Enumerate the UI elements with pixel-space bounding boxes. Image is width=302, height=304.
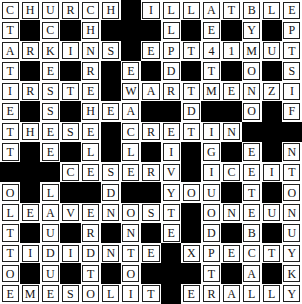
cell-letter: N — [223, 123, 240, 140]
cell-letter: A — [243, 265, 260, 282]
letter-cell[interactable]: C — [0, 0, 20, 20]
letter-cell[interactable]: T — [60, 81, 80, 101]
letter-cell[interactable]: W — [121, 81, 141, 101]
cell-letter: E — [142, 245, 159, 262]
letter-cell[interactable]: I — [141, 0, 161, 20]
letter-cell[interactable]: E — [81, 203, 101, 223]
cell-letter: I — [203, 123, 220, 140]
black-cell — [121, 0, 141, 20]
cell-letter: B — [243, 2, 260, 19]
cell-letter: C — [243, 245, 260, 262]
letter-cell[interactable]: S — [40, 81, 60, 101]
cell-letter: C — [223, 164, 240, 181]
letter-cell[interactable]: O — [121, 263, 141, 283]
letter-cell[interactable]: U — [40, 263, 60, 283]
cell-letter: T — [263, 245, 280, 262]
letter-cell[interactable]: E — [121, 162, 141, 182]
cell-letter: A — [2, 42, 19, 59]
letter-cell[interactable]: Y — [282, 243, 302, 263]
letter-cell[interactable]: N — [221, 122, 241, 142]
letter-cell[interactable]: S — [40, 101, 60, 121]
cell-letter: R — [22, 83, 39, 100]
letter-cell[interactable]: A — [0, 41, 20, 61]
black-cell — [141, 223, 161, 243]
cell-letter: U — [263, 42, 280, 59]
cell-letter: M — [243, 42, 260, 59]
letter-cell[interactable]: F — [282, 101, 302, 121]
letter-cell[interactable]: T — [282, 41, 302, 61]
letter-cell[interactable]: O — [0, 263, 20, 283]
black-cell — [262, 122, 282, 142]
cell-letter: L — [102, 285, 119, 302]
letter-cell[interactable]: 1 — [221, 41, 241, 61]
letter-cell[interactable]: T — [0, 61, 20, 81]
letter-cell[interactable]: H — [101, 0, 121, 20]
letter-cell[interactable]: R — [161, 81, 181, 101]
letter-cell[interactable]: X — [181, 243, 201, 263]
letter-cell[interactable]: L — [121, 142, 141, 162]
letter-cell[interactable]: V — [60, 203, 80, 223]
letter-cell[interactable]: P — [282, 20, 302, 40]
letter-cell[interactable]: U — [40, 223, 60, 243]
letter-cell[interactable]: M — [201, 81, 221, 101]
black-cell — [101, 223, 121, 243]
cell-letter: E — [42, 62, 59, 79]
cell-letter: I — [122, 285, 139, 302]
letter-cell[interactable]: 4 — [201, 41, 221, 61]
letter-cell[interactable]: H — [20, 0, 40, 20]
letter-cell[interactable]: H — [20, 122, 40, 142]
letter-cell[interactable]: T — [262, 243, 282, 263]
letter-cell[interactable]: T — [181, 41, 201, 61]
cell-letter: U — [42, 224, 59, 241]
letter-cell[interactable]: T — [181, 122, 201, 142]
letter-cell[interactable]: E — [181, 284, 201, 304]
cell-letter: E — [82, 164, 99, 181]
cell-letter: I — [263, 164, 280, 181]
letter-cell[interactable]: I — [0, 81, 20, 101]
cell-letter: U — [42, 2, 59, 19]
letter-cell[interactable]: L — [101, 284, 121, 304]
black-cell — [181, 263, 201, 283]
black-cell — [141, 101, 161, 121]
letter-cell[interactable]: E — [221, 243, 241, 263]
letter-cell[interactable]: E — [40, 142, 60, 162]
cell-letter: R — [82, 62, 99, 79]
letter-cell[interactable]: R — [81, 223, 101, 243]
cell-letter: U — [283, 224, 300, 241]
letter-cell[interactable]: I — [282, 81, 302, 101]
cell-letter: O — [82, 285, 99, 302]
cell-letter: E — [163, 123, 180, 140]
letter-cell[interactable]: S — [60, 284, 80, 304]
letter-cell[interactable]: T — [0, 20, 20, 40]
letter-cell[interactable]: T — [242, 182, 262, 202]
letter-cell[interactable]: L — [81, 142, 101, 162]
cell-letter: P — [203, 245, 220, 262]
letter-cell[interactable]: O — [0, 182, 20, 202]
letter-cell[interactable]: I — [201, 122, 221, 142]
cell-letter: S — [102, 42, 119, 59]
letter-cell[interactable]: K — [40, 41, 60, 61]
cell-letter: E — [82, 204, 99, 221]
letter-cell[interactable]: A — [141, 81, 161, 101]
letter-cell[interactable]: D — [181, 101, 201, 121]
letter-cell[interactable]: E — [141, 41, 161, 61]
letter-cell[interactable]: D — [101, 182, 121, 202]
cell-letter: N — [102, 204, 119, 221]
cell-letter: R — [163, 83, 180, 100]
black-cell — [161, 263, 181, 283]
black-cell — [221, 20, 241, 40]
cell-letter: L — [263, 2, 280, 19]
letter-cell[interactable]: O — [242, 101, 262, 121]
cell-letter: T — [243, 184, 260, 201]
cell-letter: H — [102, 2, 119, 19]
cell-letter: T — [203, 62, 220, 79]
letter-cell[interactable]: T — [141, 284, 161, 304]
cell-letter: R — [22, 42, 39, 59]
cell-letter: O — [122, 204, 139, 221]
letter-cell[interactable]: P — [201, 243, 221, 263]
cell-letter: 1 — [223, 42, 240, 59]
black-cell — [181, 20, 201, 40]
letter-cell[interactable]: Y — [282, 284, 302, 304]
letter-cell[interactable]: U — [282, 223, 302, 243]
cell-letter: T — [183, 83, 200, 100]
cell-letter: R — [142, 123, 159, 140]
letter-cell[interactable]: L — [242, 284, 262, 304]
cell-letter: S — [42, 103, 59, 120]
cell-letter: E — [42, 123, 59, 140]
cell-letter: I — [62, 42, 79, 59]
black-cell — [20, 101, 40, 121]
letter-cell[interactable]: Y — [161, 182, 181, 202]
black-cell — [201, 101, 221, 121]
letter-cell[interactable]: I — [60, 243, 80, 263]
black-cell — [161, 284, 181, 304]
cell-letter: T — [2, 143, 19, 160]
letter-cell[interactable]: H — [81, 20, 101, 40]
letter-cell[interactable]: B — [242, 0, 262, 20]
cell-letter: E — [142, 42, 159, 59]
black-cell — [60, 142, 80, 162]
letter-cell[interactable]: E — [101, 101, 121, 121]
cell-letter: W — [122, 83, 139, 100]
cell-letter: T — [2, 123, 19, 140]
cell-letter: Y — [283, 285, 300, 302]
cell-letter: L — [42, 184, 59, 201]
letter-cell[interactable]: D — [40, 243, 60, 263]
letter-cell[interactable]: E — [81, 81, 101, 101]
letter-cell[interactable]: T — [0, 223, 20, 243]
letter-cell[interactable]: O — [242, 61, 262, 81]
letter-cell[interactable]: E — [40, 284, 60, 304]
letter-cell[interactable]: E — [242, 142, 262, 162]
letter-cell[interactable]: N — [101, 243, 121, 263]
letter-cell[interactable]: R — [20, 81, 40, 101]
letter-cell[interactable]: V — [161, 162, 181, 182]
cell-letter: T — [2, 224, 19, 241]
letter-cell[interactable]: P — [161, 41, 181, 61]
cell-letter: T — [183, 42, 200, 59]
black-cell — [262, 223, 282, 243]
letter-cell[interactable]: S — [101, 41, 121, 61]
letter-cell[interactable]: H — [81, 101, 101, 121]
letter-cell[interactable]: Y — [242, 20, 262, 40]
cell-letter: D — [42, 245, 59, 262]
letter-cell[interactable]: T — [282, 162, 302, 182]
cell-letter: T — [122, 245, 139, 262]
cell-letter: Y — [243, 22, 260, 39]
letter-cell[interactable]: L — [262, 284, 282, 304]
black-cell — [20, 61, 40, 81]
letter-cell[interactable]: S — [101, 162, 121, 182]
letter-cell[interactable]: T — [81, 263, 101, 283]
letter-cell[interactable]: D — [201, 223, 221, 243]
cell-letter: H — [82, 103, 99, 120]
cell-letter: F — [283, 103, 300, 120]
letter-cell[interactable]: A — [40, 203, 60, 223]
letter-cell[interactable]: T — [121, 243, 141, 263]
letter-cell[interactable]: E — [0, 101, 20, 121]
black-cell — [181, 142, 201, 162]
black-cell — [101, 81, 121, 101]
letter-cell[interactable]: T — [0, 122, 20, 142]
cell-letter: T — [283, 42, 300, 59]
black-cell — [0, 162, 20, 182]
letter-cell[interactable]: T — [221, 0, 241, 20]
cell-letter: E — [42, 285, 59, 302]
letter-cell[interactable]: N — [101, 203, 121, 223]
letter-cell[interactable]: E — [242, 162, 262, 182]
cell-letter: U — [263, 204, 280, 221]
cell-letter: D — [203, 224, 220, 241]
letter-cell[interactable]: E — [282, 0, 302, 20]
letter-cell[interactable]: C — [40, 20, 60, 40]
cell-letter: T — [2, 22, 19, 39]
letter-cell[interactable]: E — [81, 122, 101, 142]
letter-cell[interactable]: E — [0, 284, 20, 304]
cell-letter: U — [203, 184, 220, 201]
letter-cell[interactable]: M — [20, 284, 40, 304]
cell-letter: N — [283, 204, 300, 221]
letter-cell[interactable]: M — [242, 41, 262, 61]
letter-cell[interactable]: E — [221, 81, 241, 101]
black-cell — [101, 61, 121, 81]
letter-cell[interactable]: L — [161, 0, 181, 20]
black-cell — [101, 20, 121, 40]
letter-cell[interactable]: I — [262, 162, 282, 182]
cell-letter: S — [283, 62, 300, 79]
letter-cell[interactable]: I — [201, 162, 221, 182]
letter-cell[interactable]: R — [141, 122, 161, 142]
letter-cell[interactable]: C — [242, 243, 262, 263]
cell-letter: K — [283, 265, 300, 282]
letter-cell[interactable]: T — [201, 263, 221, 283]
black-cell — [221, 263, 241, 283]
letter-cell[interactable]: C — [221, 162, 241, 182]
letter-cell[interactable]: A — [201, 0, 221, 20]
letter-cell[interactable]: E — [81, 162, 101, 182]
cell-letter: O — [183, 184, 200, 201]
letter-cell[interactable]: D — [81, 243, 101, 263]
cell-letter: E — [223, 83, 240, 100]
letter-cell[interactable]: R — [201, 284, 221, 304]
letter-cell[interactable]: S — [60, 122, 80, 142]
letter-cell[interactable]: L — [262, 0, 282, 20]
letter-cell[interactable]: C — [81, 0, 101, 20]
letter-cell[interactable]: T — [0, 243, 20, 263]
cell-letter: R — [142, 164, 159, 181]
letter-cell[interactable]: L — [40, 182, 60, 202]
letter-cell[interactable]: O — [181, 182, 201, 202]
letter-cell[interactable]: N — [221, 203, 241, 223]
black-cell — [141, 142, 161, 162]
cell-letter: 4 — [203, 42, 220, 59]
letter-cell[interactable]: L — [0, 203, 20, 223]
cell-letter: E — [243, 204, 260, 221]
letter-cell[interactable]: N — [282, 203, 302, 223]
black-cell — [20, 263, 40, 283]
cell-letter: T — [183, 123, 200, 140]
cell-letter: T — [2, 245, 19, 262]
letter-cell[interactable]: N — [81, 41, 101, 61]
letter-cell[interactable]: R — [60, 0, 80, 20]
cell-letter: S — [102, 164, 119, 181]
black-cell — [20, 182, 40, 202]
cell-letter: O — [2, 265, 19, 282]
black-cell — [121, 41, 141, 61]
cell-letter: V — [62, 204, 79, 221]
cell-letter: P — [283, 22, 300, 39]
cell-letter: N — [82, 42, 99, 59]
cell-letter: E — [122, 62, 139, 79]
letter-cell[interactable]: N — [242, 81, 262, 101]
cell-letter: L — [163, 2, 180, 19]
letter-cell[interactable]: I — [121, 284, 141, 304]
black-cell — [262, 20, 282, 40]
cell-letter: Y — [283, 245, 300, 262]
black-cell — [282, 122, 302, 142]
cell-letter: E — [82, 83, 99, 100]
letter-cell[interactable]: B — [242, 223, 262, 243]
letter-cell[interactable]: E — [40, 122, 60, 142]
letter-cell[interactable]: G — [201, 142, 221, 162]
letter-cell[interactable]: O — [121, 203, 141, 223]
black-cell — [221, 101, 241, 121]
letter-cell[interactable]: R — [20, 41, 40, 61]
cell-letter: M — [203, 83, 220, 100]
black-cell — [262, 263, 282, 283]
letter-cell[interactable]: T — [201, 61, 221, 81]
cell-letter: C — [2, 2, 19, 19]
letter-cell[interactable]: E — [40, 61, 60, 81]
letter-cell[interactable]: U — [40, 0, 60, 20]
letter-cell[interactable]: E — [20, 203, 40, 223]
letter-cell[interactable]: A — [121, 101, 141, 121]
letter-cell[interactable]: E — [242, 203, 262, 223]
letter-cell[interactable]: I — [20, 243, 40, 263]
cell-letter: O — [243, 62, 260, 79]
letter-cell[interactable]: E — [201, 20, 221, 40]
cell-letter: I — [203, 164, 220, 181]
cell-letter: O — [2, 184, 19, 201]
letter-cell[interactable]: I — [161, 142, 181, 162]
cell-letter: X — [183, 245, 200, 262]
cell-letter: H — [22, 123, 39, 140]
black-cell — [60, 263, 80, 283]
letter-cell[interactable]: N — [282, 142, 302, 162]
cell-letter: D — [183, 103, 200, 120]
cell-letter: I — [2, 83, 19, 100]
letter-cell[interactable]: E — [161, 122, 181, 142]
letter-cell[interactable]: A — [221, 284, 241, 304]
black-cell — [181, 203, 201, 223]
black-cell — [181, 162, 201, 182]
cell-letter: E — [223, 245, 240, 262]
letter-cell[interactable]: N — [121, 223, 141, 243]
letter-cell[interactable]: A — [242, 263, 262, 283]
letter-cell[interactable]: D — [161, 61, 181, 81]
letter-cell[interactable]: L — [181, 0, 201, 20]
letter-cell[interactable]: O — [201, 203, 221, 223]
cell-letter: E — [82, 123, 99, 140]
cell-letter: A — [203, 2, 220, 19]
letter-cell[interactable]: R — [81, 61, 101, 81]
letter-cell[interactable]: C — [121, 122, 141, 142]
letter-cell[interactable]: Z — [262, 81, 282, 101]
cell-letter: A — [42, 204, 59, 221]
letter-cell[interactable]: E — [121, 61, 141, 81]
letter-cell[interactable]: I — [60, 41, 80, 61]
black-cell — [181, 223, 201, 243]
black-cell — [20, 223, 40, 243]
black-cell — [101, 263, 121, 283]
letter-cell[interactable]: T — [0, 142, 20, 162]
letter-cell[interactable]: K — [282, 263, 302, 283]
letter-cell[interactable]: U — [262, 41, 282, 61]
letter-cell[interactable]: O — [282, 182, 302, 202]
cell-letter: M — [22, 285, 39, 302]
letter-cell[interactable]: S — [282, 61, 302, 81]
letter-cell[interactable]: C — [60, 162, 80, 182]
cell-letter: E — [42, 143, 59, 160]
cell-letter: N — [122, 224, 139, 241]
cell-letter: O — [122, 265, 139, 282]
letter-cell[interactable]: R — [141, 162, 161, 182]
cell-letter: I — [283, 83, 300, 100]
cell-letter: T — [223, 2, 240, 19]
letter-cell[interactable]: U — [201, 182, 221, 202]
letter-cell[interactable]: E — [141, 243, 161, 263]
letter-cell[interactable]: O — [81, 284, 101, 304]
cell-letter: P — [163, 42, 180, 59]
letter-cell[interactable]: T — [181, 81, 201, 101]
letter-cell[interactable]: U — [262, 203, 282, 223]
letter-cell[interactable]: T — [161, 203, 181, 223]
cell-letter: T — [163, 204, 180, 221]
letter-cell[interactable]: S — [141, 203, 161, 223]
letter-cell[interactable]: E — [161, 223, 181, 243]
cell-letter: L — [163, 22, 180, 39]
black-cell — [141, 61, 161, 81]
cell-letter: L — [183, 2, 200, 19]
black-cell — [262, 61, 282, 81]
black-cell — [141, 182, 161, 202]
letter-cell[interactable]: L — [161, 20, 181, 40]
cell-letter: E — [22, 204, 39, 221]
